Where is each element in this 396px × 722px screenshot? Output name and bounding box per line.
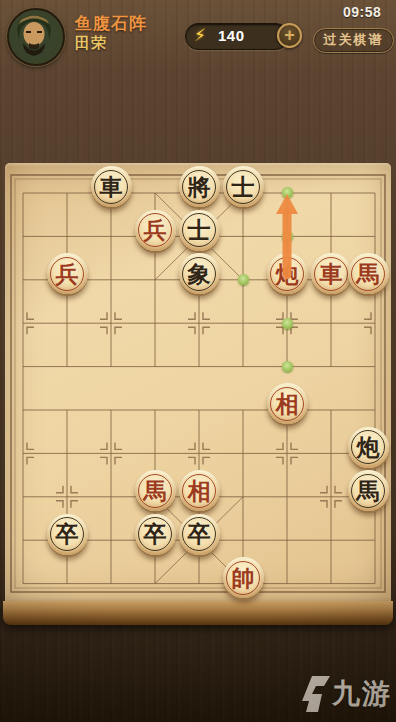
- piece-glyph: 馬: [357, 262, 380, 285]
- system-clock: 09:58: [343, 4, 396, 20]
- move-hint-dot[interactable]: [282, 318, 293, 329]
- player-avatar[interactable]: [7, 8, 65, 66]
- energy-meter[interactable]: ⚡ 140: [185, 23, 289, 50]
- piece-red-cannon[interactable]: 炮: [267, 253, 308, 294]
- piece-black-pawn[interactable]: 卒: [47, 514, 88, 555]
- piece-red-horse[interactable]: 馬: [135, 470, 176, 511]
- piece-glyph: 象: [188, 262, 211, 285]
- piece-red-pawn[interactable]: 兵: [47, 253, 88, 294]
- piece-glyph: 卒: [56, 522, 79, 545]
- player-info: 鱼腹石阵 田荣: [75, 13, 147, 53]
- piece-black-advisor[interactable]: 士: [179, 210, 220, 251]
- piece-red-chariot[interactable]: 車: [311, 253, 352, 294]
- piece-glyph: 卒: [144, 522, 167, 545]
- piece-glyph: 馬: [144, 479, 167, 502]
- piece-glyph: 馬: [357, 479, 380, 502]
- board-grid: 車將士士兵兵象炮車馬相炮馬相馬卒卒卒帥: [1, 171, 396, 605]
- piece-glyph: 車: [100, 175, 123, 198]
- move-hint-dot[interactable]: [282, 187, 293, 198]
- piece-red-horse[interactable]: 馬: [348, 253, 389, 294]
- lightning-bolt-icon: ⚡: [194, 25, 206, 46]
- 9game-watermark: 九游: [298, 674, 392, 714]
- piece-red-elephant[interactable]: 相: [267, 383, 308, 424]
- piece-glyph: 士: [232, 175, 255, 198]
- piece-glyph: 將: [188, 175, 211, 198]
- piece-black-advisor[interactable]: 士: [223, 166, 264, 207]
- piece-black-cannon[interactable]: 炮: [348, 427, 389, 468]
- piece-black-pawn[interactable]: 卒: [135, 514, 176, 555]
- piece-black-elephant[interactable]: 象: [179, 253, 220, 294]
- piece-glyph: 卒: [188, 522, 211, 545]
- 9game-g-icon: [298, 674, 332, 714]
- piece-black-general[interactable]: 將: [179, 166, 220, 207]
- avatar-portrait: [9, 10, 59, 60]
- piece-red-general[interactable]: 帥: [223, 557, 264, 598]
- move-hint-dot[interactable]: [282, 231, 293, 242]
- piece-glyph: 車: [320, 262, 343, 285]
- piece-glyph: 帥: [232, 566, 255, 589]
- piece-red-elephant[interactable]: 相: [179, 470, 220, 511]
- move-hint-dot[interactable]: [238, 274, 249, 285]
- watermark-text: 九游: [332, 675, 392, 713]
- piece-glyph: 炮: [276, 262, 299, 285]
- move-hint-dot[interactable]: [282, 361, 293, 372]
- level-title: 鱼腹石阵: [75, 13, 147, 34]
- add-energy-button[interactable]: +: [277, 23, 302, 48]
- piece-glyph: 士: [188, 218, 211, 241]
- app-screen: { "game": "xiangqi", "position": { "fen"…: [0, 0, 396, 722]
- piece-black-horse[interactable]: 馬: [348, 470, 389, 511]
- piece-glyph: 相: [188, 479, 211, 502]
- piece-glyph: 炮: [357, 435, 380, 458]
- energy-value: 140: [218, 27, 245, 44]
- piece-red-pawn[interactable]: 兵: [135, 210, 176, 251]
- player-name: 田荣: [75, 34, 147, 53]
- piece-black-pawn[interactable]: 卒: [179, 514, 220, 555]
- xiangqi-board: 車將士士兵兵象炮車馬相炮馬相馬卒卒卒帥: [0, 163, 396, 628]
- piece-glyph: 相: [276, 392, 299, 415]
- header-bar: 鱼腹石阵 田荣 ⚡ 140 + 过关棋谱 09:58: [0, 0, 396, 70]
- level-records-button[interactable]: 过关棋谱: [313, 28, 394, 53]
- piece-black-chariot[interactable]: 車: [91, 166, 132, 207]
- piece-glyph: 兵: [56, 262, 79, 285]
- piece-glyph: 兵: [144, 218, 167, 241]
